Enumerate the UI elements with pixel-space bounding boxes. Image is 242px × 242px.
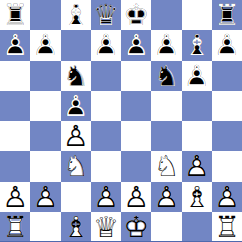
piece-fill-layer: ♟ (91, 30, 121, 60)
piece-fill-layer: ♚ (121, 0, 151, 30)
square-e3[interactable] (121, 151, 151, 181)
piece-outline-layer: ♙ (212, 30, 242, 60)
square-h1[interactable]: ♜♖ (212, 212, 242, 242)
piece-outline-layer: ♘ (151, 151, 181, 181)
square-h6[interactable] (212, 61, 242, 91)
piece-fill-layer: ♝ (182, 182, 212, 212)
piece-black-knight: ♞♘ (61, 61, 91, 91)
square-h7[interactable]: ♟♙ (212, 30, 242, 60)
piece-fill-layer: ♟ (182, 61, 212, 91)
piece-fill-layer: ♟ (151, 182, 181, 212)
square-e6[interactable] (121, 61, 151, 91)
piece-outline-layer: ♕ (91, 0, 121, 30)
square-h8[interactable]: ♜♖ (212, 0, 242, 30)
piece-outline-layer: ♕ (91, 212, 121, 242)
piece-outline-layer: ♖ (0, 212, 30, 242)
piece-fill-layer: ♝ (61, 212, 91, 242)
piece-outline-layer: ♙ (91, 30, 121, 60)
piece-fill-layer: ♟ (121, 30, 151, 60)
piece-outline-layer: ♙ (151, 182, 181, 212)
piece-white-queen: ♛♕ (91, 212, 121, 242)
piece-fill-layer: ♟ (212, 30, 242, 60)
square-a4[interactable] (0, 121, 30, 151)
piece-black-rook: ♜♖ (212, 0, 242, 30)
piece-fill-layer: ♟ (151, 30, 181, 60)
piece-fill-layer: ♜ (212, 212, 242, 242)
piece-white-pawn: ♟♙ (0, 182, 30, 212)
square-a3[interactable] (0, 151, 30, 181)
square-f7[interactable]: ♟♙ (151, 30, 181, 60)
square-b3[interactable] (30, 151, 60, 181)
piece-fill-layer: ♚ (121, 212, 151, 242)
square-h4[interactable] (212, 121, 242, 151)
piece-fill-layer: ♛ (91, 0, 121, 30)
piece-outline-layer: ♙ (182, 151, 212, 181)
piece-outline-layer: ♙ (61, 121, 91, 151)
piece-black-pawn: ♟♙ (30, 30, 60, 60)
piece-fill-layer: ♞ (151, 151, 181, 181)
piece-fill-layer: ♞ (61, 151, 91, 181)
piece-black-pawn: ♟♙ (182, 61, 212, 91)
piece-black-pawn: ♟♙ (212, 30, 242, 60)
square-b5[interactable] (30, 91, 60, 121)
piece-outline-layer: ♔ (121, 0, 151, 30)
square-e4[interactable] (121, 121, 151, 151)
piece-fill-layer: ♜ (212, 0, 242, 30)
piece-white-pawn: ♟♙ (61, 121, 91, 151)
piece-fill-layer: ♟ (0, 30, 30, 60)
square-d7[interactable]: ♟♙ (91, 30, 121, 60)
square-c4[interactable]: ♟♙ (61, 121, 91, 151)
piece-black-rook: ♜♖ (0, 0, 30, 30)
piece-fill-layer: ♝ (182, 30, 212, 60)
piece-black-pawn: ♟♙ (0, 30, 30, 60)
square-c6[interactable]: ♞♘ (61, 61, 91, 91)
piece-fill-layer: ♟ (61, 121, 91, 151)
square-b2[interactable]: ♟♙ (30, 182, 60, 212)
square-h2[interactable]: ♟♙ (212, 182, 242, 212)
piece-black-pawn: ♟♙ (61, 91, 91, 121)
piece-outline-layer: ♗ (182, 182, 212, 212)
piece-fill-layer: ♛ (91, 212, 121, 242)
piece-fill-layer: ♞ (151, 61, 181, 91)
piece-black-bishop: ♝♗ (182, 30, 212, 60)
piece-outline-layer: ♙ (30, 30, 60, 60)
square-c3[interactable]: ♞♘ (61, 151, 91, 181)
square-b4[interactable] (30, 121, 60, 151)
piece-outline-layer: ♗ (61, 212, 91, 242)
piece-outline-layer: ♙ (91, 182, 121, 212)
square-b1[interactable] (30, 212, 60, 242)
piece-white-king: ♚♔ (121, 212, 151, 242)
piece-black-knight: ♞♘ (151, 61, 181, 91)
square-g3[interactable]: ♟♙ (182, 151, 212, 181)
piece-white-pawn: ♟♙ (182, 151, 212, 181)
piece-fill-layer: ♞ (61, 61, 91, 91)
piece-fill-layer: ♟ (30, 30, 60, 60)
square-c2[interactable] (61, 182, 91, 212)
piece-fill-layer: ♟ (182, 151, 212, 181)
piece-outline-layer: ♖ (212, 0, 242, 30)
piece-fill-layer: ♟ (91, 182, 121, 212)
square-d8[interactable]: ♛♕ (91, 0, 121, 30)
square-d3[interactable] (91, 151, 121, 181)
square-f4[interactable] (151, 121, 181, 151)
chess-board-container: ♜♖♝♗♛♕♚♔♜♖♟♙♟♙♟♙♟♙♟♙♝♗♟♙♞♘♞♘♟♙♟♙♟♙♞♘♞♘♟♙… (0, 0, 242, 242)
square-g2[interactable]: ♝♗ (182, 182, 212, 212)
piece-outline-layer: ♖ (212, 212, 242, 242)
square-g5[interactable] (182, 91, 212, 121)
piece-outline-layer: ♙ (182, 61, 212, 91)
square-d6[interactable] (91, 61, 121, 91)
piece-outline-layer: ♙ (212, 182, 242, 212)
piece-outline-layer: ♘ (61, 151, 91, 181)
piece-fill-layer: ♜ (0, 0, 30, 30)
square-d5[interactable] (91, 91, 121, 121)
piece-white-pawn: ♟♙ (30, 182, 60, 212)
piece-outline-layer: ♗ (182, 30, 212, 60)
piece-outline-layer: ♘ (151, 61, 181, 91)
square-g6[interactable]: ♟♙ (182, 61, 212, 91)
piece-outline-layer: ♙ (0, 30, 30, 60)
square-b7[interactable]: ♟♙ (30, 30, 60, 60)
piece-white-knight: ♞♘ (151, 151, 181, 181)
piece-outline-layer: ♘ (61, 61, 91, 91)
square-f2[interactable]: ♟♙ (151, 182, 181, 212)
square-e7[interactable]: ♟♙ (121, 30, 151, 60)
square-c5[interactable]: ♟♙ (61, 91, 91, 121)
chess-board: ♜♖♝♗♛♕♚♔♜♖♟♙♟♙♟♙♟♙♟♙♝♗♟♙♞♘♞♘♟♙♟♙♟♙♞♘♞♘♟♙… (0, 0, 242, 242)
piece-fill-layer: ♟ (30, 182, 60, 212)
piece-fill-layer: ♟ (212, 182, 242, 212)
square-e5[interactable] (121, 91, 151, 121)
square-a1[interactable]: ♜♖ (0, 212, 30, 242)
square-d1[interactable]: ♛♕ (91, 212, 121, 242)
square-e2[interactable]: ♟♙ (121, 182, 151, 212)
square-e8[interactable]: ♚♔ (121, 0, 151, 30)
piece-black-queen: ♛♕ (91, 0, 121, 30)
piece-white-pawn: ♟♙ (151, 182, 181, 212)
piece-black-king: ♚♔ (121, 0, 151, 30)
piece-outline-layer: ♙ (151, 30, 181, 60)
square-b6[interactable] (30, 61, 60, 91)
piece-outline-layer: ♙ (121, 182, 151, 212)
square-g4[interactable] (182, 121, 212, 151)
square-e1[interactable]: ♚♔ (121, 212, 151, 242)
square-c7[interactable] (61, 30, 91, 60)
square-f8[interactable] (151, 0, 181, 30)
piece-fill-layer: ♟ (0, 182, 30, 212)
piece-white-pawn: ♟♙ (121, 182, 151, 212)
piece-fill-layer: ♜ (0, 212, 30, 242)
piece-white-pawn: ♟♙ (212, 182, 242, 212)
piece-white-rook: ♜♖ (0, 212, 30, 242)
piece-white-knight: ♞♘ (61, 151, 91, 181)
piece-black-pawn: ♟♙ (151, 30, 181, 60)
piece-outline-layer: ♙ (61, 91, 91, 121)
piece-white-bishop: ♝♗ (182, 182, 212, 212)
square-c1[interactable]: ♝♗ (61, 212, 91, 242)
square-c8[interactable]: ♝♗ (61, 0, 91, 30)
square-f5[interactable] (151, 91, 181, 121)
square-h5[interactable] (212, 91, 242, 121)
piece-white-rook: ♜♖ (212, 212, 242, 242)
square-g7[interactable]: ♝♗ (182, 30, 212, 60)
piece-black-pawn: ♟♙ (121, 30, 151, 60)
square-a5[interactable] (0, 91, 30, 121)
square-a2[interactable]: ♟♙ (0, 182, 30, 212)
piece-outline-layer: ♔ (121, 212, 151, 242)
piece-outline-layer: ♖ (0, 0, 30, 30)
square-h3[interactable] (212, 151, 242, 181)
piece-white-pawn: ♟♙ (91, 182, 121, 212)
square-a6[interactable] (0, 61, 30, 91)
square-d2[interactable]: ♟♙ (91, 182, 121, 212)
piece-black-bishop: ♝♗ (61, 0, 91, 30)
piece-fill-layer: ♝ (61, 0, 91, 30)
square-f1[interactable] (151, 212, 181, 242)
piece-white-bishop: ♝♗ (61, 212, 91, 242)
piece-outline-layer: ♙ (121, 30, 151, 60)
square-f3[interactable]: ♞♘ (151, 151, 181, 181)
square-a8[interactable]: ♜♖ (0, 0, 30, 30)
square-g1[interactable] (182, 212, 212, 242)
piece-outline-layer: ♙ (30, 182, 60, 212)
piece-outline-layer: ♙ (0, 182, 30, 212)
square-a7[interactable]: ♟♙ (0, 30, 30, 60)
square-g8[interactable] (182, 0, 212, 30)
square-f6[interactable]: ♞♘ (151, 61, 181, 91)
square-d4[interactable] (91, 121, 121, 151)
piece-fill-layer: ♟ (121, 182, 151, 212)
piece-fill-layer: ♟ (61, 91, 91, 121)
square-b8[interactable] (30, 0, 60, 30)
piece-outline-layer: ♗ (61, 0, 91, 30)
piece-black-pawn: ♟♙ (91, 30, 121, 60)
